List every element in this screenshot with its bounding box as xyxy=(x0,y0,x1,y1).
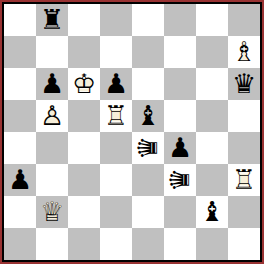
square-c1[interactable] xyxy=(68,228,100,260)
square-h1[interactable] xyxy=(228,228,260,260)
piece-white-bishop: ♝♗ xyxy=(228,36,260,68)
square-g8[interactable] xyxy=(196,4,228,36)
square-h7[interactable]: ♝♗ xyxy=(228,36,260,68)
piece-black-bishop: ♝ xyxy=(196,196,228,228)
square-c2[interactable] xyxy=(68,196,100,228)
square-a6[interactable] xyxy=(4,68,36,100)
square-d4[interactable] xyxy=(100,132,132,164)
square-d2[interactable] xyxy=(100,196,132,228)
square-e2[interactable] xyxy=(132,196,164,228)
square-d1[interactable] xyxy=(100,228,132,260)
square-g5[interactable] xyxy=(196,100,228,132)
square-a2[interactable] xyxy=(4,196,36,228)
square-f3[interactable]: ♛ xyxy=(164,164,196,196)
square-g1[interactable] xyxy=(196,228,228,260)
square-h3[interactable]: ♜♖ xyxy=(228,164,260,196)
piece-white-queen: ♛♕ xyxy=(36,196,68,228)
piece-black-rotated-queen: ♛ xyxy=(164,164,196,196)
board-inner-border: ♜♝♗♟♚♔♟♛♟♙♜♖♝♛♟♟♛♜♖♛♕♝ xyxy=(2,2,262,262)
square-b3[interactable] xyxy=(36,164,68,196)
square-b6[interactable]: ♟ xyxy=(36,68,68,100)
piece-black-rook: ♜ xyxy=(36,4,68,36)
square-c6[interactable]: ♚♔ xyxy=(68,68,100,100)
square-h8[interactable] xyxy=(228,4,260,36)
square-e5[interactable]: ♝ xyxy=(132,100,164,132)
square-b7[interactable] xyxy=(36,36,68,68)
square-f6[interactable] xyxy=(164,68,196,100)
square-b5[interactable]: ♟♙ xyxy=(36,100,68,132)
square-d7[interactable] xyxy=(100,36,132,68)
square-h2[interactable] xyxy=(228,196,260,228)
square-e3[interactable] xyxy=(132,164,164,196)
square-e6[interactable] xyxy=(132,68,164,100)
square-c8[interactable] xyxy=(68,4,100,36)
square-f4[interactable]: ♟ xyxy=(164,132,196,164)
piece-white-rook: ♜♖ xyxy=(228,164,260,196)
square-g4[interactable] xyxy=(196,132,228,164)
piece-white-king: ♚♔ xyxy=(68,68,100,100)
square-a7[interactable] xyxy=(4,36,36,68)
piece-white-pawn: ♟♙ xyxy=(36,100,68,132)
square-f7[interactable] xyxy=(164,36,196,68)
square-f1[interactable] xyxy=(164,228,196,260)
chess-board: ♜♝♗♟♚♔♟♛♟♙♜♖♝♛♟♟♛♜♖♛♕♝ xyxy=(4,4,260,260)
square-d3[interactable] xyxy=(100,164,132,196)
square-g3[interactable] xyxy=(196,164,228,196)
piece-black-bishop: ♝ xyxy=(132,100,164,132)
square-b1[interactable] xyxy=(36,228,68,260)
piece-black-rotated-queen: ♛ xyxy=(132,132,164,164)
square-h4[interactable] xyxy=(228,132,260,164)
square-e7[interactable] xyxy=(132,36,164,68)
square-a3[interactable]: ♟ xyxy=(4,164,36,196)
square-h6[interactable]: ♛ xyxy=(228,68,260,100)
square-d5[interactable]: ♜♖ xyxy=(100,100,132,132)
square-g2[interactable]: ♝ xyxy=(196,196,228,228)
piece-black-queen: ♛ xyxy=(228,68,260,100)
square-e8[interactable] xyxy=(132,4,164,36)
square-a1[interactable] xyxy=(4,228,36,260)
square-f2[interactable] xyxy=(164,196,196,228)
piece-white-rook: ♜♖ xyxy=(100,100,132,132)
piece-black-pawn: ♟ xyxy=(164,132,196,164)
square-b8[interactable]: ♜ xyxy=(36,4,68,36)
square-b4[interactable] xyxy=(36,132,68,164)
square-g6[interactable] xyxy=(196,68,228,100)
square-f5[interactable] xyxy=(164,100,196,132)
square-h5[interactable] xyxy=(228,100,260,132)
square-a5[interactable] xyxy=(4,100,36,132)
square-a4[interactable] xyxy=(4,132,36,164)
piece-black-pawn: ♟ xyxy=(36,68,68,100)
square-c5[interactable] xyxy=(68,100,100,132)
square-d6[interactable]: ♟ xyxy=(100,68,132,100)
square-c4[interactable] xyxy=(68,132,100,164)
square-a8[interactable] xyxy=(4,4,36,36)
square-d8[interactable] xyxy=(100,4,132,36)
piece-black-pawn: ♟ xyxy=(4,164,36,196)
square-c7[interactable] xyxy=(68,36,100,68)
square-e1[interactable] xyxy=(132,228,164,260)
piece-black-pawn: ♟ xyxy=(100,68,132,100)
board-frame: ♜♝♗♟♚♔♟♛♟♙♜♖♝♛♟♟♛♜♖♛♕♝ xyxy=(0,0,264,264)
square-e4[interactable]: ♛ xyxy=(132,132,164,164)
square-b2[interactable]: ♛♕ xyxy=(36,196,68,228)
square-f8[interactable] xyxy=(164,4,196,36)
square-g7[interactable] xyxy=(196,36,228,68)
square-c3[interactable] xyxy=(68,164,100,196)
